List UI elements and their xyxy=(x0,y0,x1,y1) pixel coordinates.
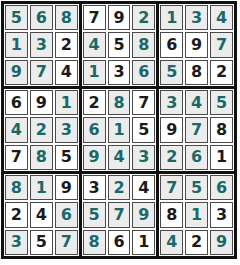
cell-r5c2[interactable]: 2 xyxy=(30,117,53,142)
cell-r5c5[interactable]: 1 xyxy=(108,117,131,142)
cell-r6c8[interactable]: 6 xyxy=(185,145,208,170)
cell-r2c8[interactable]: 9 xyxy=(185,32,208,57)
page: 5681329747924581361346975826914237852876… xyxy=(0,0,240,265)
cell-r8c4[interactable]: 5 xyxy=(83,202,106,227)
cell-r1c8[interactable]: 3 xyxy=(185,5,208,30)
cell-r7c6[interactable]: 4 xyxy=(132,175,155,200)
box-r2c1: 691423785 xyxy=(4,89,79,171)
cell-r2c6[interactable]: 8 xyxy=(132,32,155,57)
cell-r3c1[interactable]: 9 xyxy=(5,60,28,85)
cell-r1c4[interactable]: 7 xyxy=(83,5,106,30)
cell-r2c2[interactable]: 3 xyxy=(30,32,53,57)
cell-r5c9[interactable]: 8 xyxy=(210,117,233,142)
cell-r2c5[interactable]: 5 xyxy=(108,32,131,57)
cell-r7c3[interactable]: 9 xyxy=(55,175,78,200)
cell-r3c2[interactable]: 7 xyxy=(30,60,53,85)
cell-r9c9[interactable]: 9 xyxy=(210,230,233,255)
cell-r3c6[interactable]: 6 xyxy=(132,60,155,85)
cell-r6c5[interactable]: 4 xyxy=(108,145,131,170)
cell-r3c5[interactable]: 3 xyxy=(108,60,131,85)
cell-r6c4[interactable]: 9 xyxy=(83,145,106,170)
cell-r1c2[interactable]: 6 xyxy=(30,5,53,30)
cell-r5c7[interactable]: 9 xyxy=(160,117,183,142)
cell-r8c8[interactable]: 1 xyxy=(185,202,208,227)
cell-r3c3[interactable]: 4 xyxy=(55,60,78,85)
cell-r1c9[interactable]: 4 xyxy=(210,5,233,30)
cell-r4c6[interactable]: 7 xyxy=(132,90,155,115)
cell-r2c4[interactable]: 4 xyxy=(83,32,106,57)
cell-r8c6[interactable]: 9 xyxy=(132,202,155,227)
cell-r7c7[interactable]: 7 xyxy=(160,175,183,200)
cell-r5c4[interactable]: 6 xyxy=(83,117,106,142)
cell-r3c8[interactable]: 8 xyxy=(185,60,208,85)
cell-r9c2[interactable]: 5 xyxy=(30,230,53,255)
cell-r4c1[interactable]: 6 xyxy=(5,90,28,115)
cell-r2c3[interactable]: 2 xyxy=(55,32,78,57)
cell-r3c9[interactable]: 2 xyxy=(210,60,233,85)
cell-r4c2[interactable]: 9 xyxy=(30,90,53,115)
cell-r5c3[interactable]: 3 xyxy=(55,117,78,142)
cell-r2c1[interactable]: 1 xyxy=(5,32,28,57)
box-r3c3: 756813429 xyxy=(159,174,234,256)
box-r2c2: 287615943 xyxy=(82,89,157,171)
cell-r6c2[interactable]: 8 xyxy=(30,145,53,170)
cell-r8c1[interactable]: 2 xyxy=(5,202,28,227)
box-r3c1: 819246357 xyxy=(4,174,79,256)
cell-r1c3[interactable]: 8 xyxy=(55,5,78,30)
sudoku-board: 5681329747924581361346975826914237852876… xyxy=(1,1,237,259)
cell-r4c4[interactable]: 2 xyxy=(83,90,106,115)
cell-r5c1[interactable]: 4 xyxy=(5,117,28,142)
cell-r6c3[interactable]: 5 xyxy=(55,145,78,170)
cell-r9c1[interactable]: 3 xyxy=(5,230,28,255)
cell-r6c7[interactable]: 2 xyxy=(160,145,183,170)
box-r1c1: 568132974 xyxy=(4,4,79,86)
cell-r3c4[interactable]: 1 xyxy=(83,60,106,85)
cell-r7c8[interactable]: 5 xyxy=(185,175,208,200)
cell-r7c4[interactable]: 3 xyxy=(83,175,106,200)
box-r3c2: 324579861 xyxy=(82,174,157,256)
cell-r4c7[interactable]: 3 xyxy=(160,90,183,115)
box-r1c3: 134697582 xyxy=(159,4,234,86)
cell-r1c1[interactable]: 5 xyxy=(5,5,28,30)
cell-r6c1[interactable]: 7 xyxy=(5,145,28,170)
cell-r2c7[interactable]: 6 xyxy=(160,32,183,57)
cell-r4c8[interactable]: 4 xyxy=(185,90,208,115)
cell-r8c2[interactable]: 4 xyxy=(30,202,53,227)
cell-r8c5[interactable]: 7 xyxy=(108,202,131,227)
cell-r8c9[interactable]: 3 xyxy=(210,202,233,227)
cell-r9c7[interactable]: 4 xyxy=(160,230,183,255)
cell-r6c6[interactable]: 3 xyxy=(132,145,155,170)
cell-r1c7[interactable]: 1 xyxy=(160,5,183,30)
cell-r9c4[interactable]: 8 xyxy=(83,230,106,255)
cell-r7c1[interactable]: 8 xyxy=(5,175,28,200)
cell-r4c9[interactable]: 5 xyxy=(210,90,233,115)
cell-r9c3[interactable]: 7 xyxy=(55,230,78,255)
box-r1c2: 792458136 xyxy=(82,4,157,86)
cell-r2c9[interactable]: 7 xyxy=(210,32,233,57)
cell-r4c5[interactable]: 8 xyxy=(108,90,131,115)
cell-r8c3[interactable]: 6 xyxy=(55,202,78,227)
cell-r7c9[interactable]: 6 xyxy=(210,175,233,200)
cell-r9c8[interactable]: 2 xyxy=(185,230,208,255)
cell-r9c5[interactable]: 6 xyxy=(108,230,131,255)
cell-r4c3[interactable]: 1 xyxy=(55,90,78,115)
cell-r1c5[interactable]: 9 xyxy=(108,5,131,30)
cell-r1c6[interactable]: 2 xyxy=(132,5,155,30)
cell-r5c6[interactable]: 5 xyxy=(132,117,155,142)
box-r2c3: 345978261 xyxy=(159,89,234,171)
cell-r8c7[interactable]: 8 xyxy=(160,202,183,227)
cell-r6c9[interactable]: 1 xyxy=(210,145,233,170)
cell-r5c8[interactable]: 7 xyxy=(185,117,208,142)
cell-r7c5[interactable]: 2 xyxy=(108,175,131,200)
cell-r9c6[interactable]: 1 xyxy=(132,230,155,255)
cell-r3c7[interactable]: 5 xyxy=(160,60,183,85)
cell-r7c2[interactable]: 1 xyxy=(30,175,53,200)
